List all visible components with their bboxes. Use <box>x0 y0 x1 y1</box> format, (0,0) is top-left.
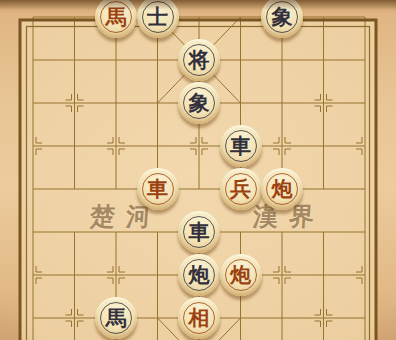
pieces-layer: 馬士象将象車車兵炮車炮炮馬相 <box>12 0 386 340</box>
piece-character: 炮 <box>230 265 251 286</box>
piece-character: 相 <box>189 308 210 329</box>
piece-black-chariot[interactable]: 車 <box>220 125 262 167</box>
piece-character: 馬 <box>106 308 127 329</box>
piece-character: 車 <box>147 179 168 200</box>
piece-red-horse[interactable]: 馬 <box>95 0 137 38</box>
piece-black-cannon[interactable]: 炮 <box>178 254 220 296</box>
piece-red-chariot[interactable]: 車 <box>137 168 179 210</box>
piece-black-elephant[interactable]: 象 <box>261 0 303 38</box>
piece-black-advisor[interactable]: 士 <box>137 0 179 38</box>
piece-black-elephant[interactable]: 象 <box>178 82 220 124</box>
piece-black-chariot[interactable]: 車 <box>178 211 220 253</box>
piece-character: 車 <box>189 222 210 243</box>
piece-character: 炮 <box>189 265 210 286</box>
piece-red-cannon[interactable]: 炮 <box>220 254 262 296</box>
piece-character: 馬 <box>106 7 127 28</box>
piece-black-general[interactable]: 将 <box>178 39 220 81</box>
piece-red-cannon[interactable]: 炮 <box>261 168 303 210</box>
piece-character: 兵 <box>230 179 251 200</box>
piece-red-elephant[interactable]: 相 <box>178 297 220 339</box>
piece-red-soldier[interactable]: 兵 <box>220 168 262 210</box>
piece-character: 車 <box>230 136 251 157</box>
piece-character: 象 <box>189 93 210 114</box>
piece-black-horse[interactable]: 馬 <box>95 297 137 339</box>
xiangqi-board[interactable]: 楚河 漢界 馬士象将象車車兵炮車炮炮馬相 <box>0 0 396 340</box>
piece-character: 将 <box>189 50 210 71</box>
piece-character: 象 <box>272 7 293 28</box>
piece-character: 炮 <box>272 179 293 200</box>
piece-character: 士 <box>147 7 168 28</box>
